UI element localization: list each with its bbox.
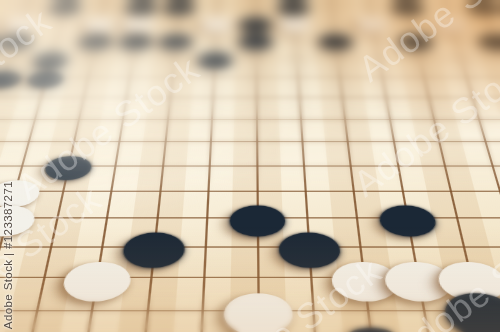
black-stone-glyph: ● xyxy=(474,31,500,50)
stone-black: ● xyxy=(22,68,69,88)
black-stone-glyph: ● xyxy=(161,0,199,15)
stone-white: ● xyxy=(230,294,286,328)
black-stone-glyph: ● xyxy=(435,283,500,332)
black-stone-glyph: ● xyxy=(45,0,86,15)
stone-black: ● xyxy=(0,32,39,50)
black-stone-glyph: ● xyxy=(373,198,443,238)
black-stone-glyph: ● xyxy=(316,31,356,50)
stone-black: ● xyxy=(42,154,94,179)
black-stone-glyph: ● xyxy=(156,31,196,50)
stone-black: ● xyxy=(236,32,276,50)
stone-black: ● xyxy=(115,32,158,50)
black-stone-glyph: ● xyxy=(195,48,235,68)
stone-white: ● xyxy=(429,15,473,32)
watermark-id-label: Adobe Stock | #123387271 xyxy=(2,181,14,329)
white-stone-glyph: ● xyxy=(276,14,314,32)
stone-black: ● xyxy=(387,0,429,15)
stone-black: ● xyxy=(155,32,197,50)
stone-black: ● xyxy=(343,328,405,332)
stone-black: ● xyxy=(473,32,500,50)
stone-black: ● xyxy=(74,32,118,50)
white-stone-glyph: ● xyxy=(198,14,236,32)
black-stone-glyph: ● xyxy=(116,31,157,50)
black-stone-glyph: ● xyxy=(463,0,500,15)
stone-white: ● xyxy=(197,15,237,32)
black-stone-glyph: ● xyxy=(23,67,68,88)
stone-black: ● xyxy=(380,205,435,233)
board-scene: ●●●●●●●●●●●●●●●●●●●●●●●●●●●●●●●●●●●●●●●● xyxy=(0,0,500,332)
white-stone-glyph: ● xyxy=(430,14,472,32)
black-stone-glyph: ● xyxy=(395,31,437,50)
stone-black: ● xyxy=(315,32,357,50)
white-stone-glyph: ● xyxy=(218,283,298,332)
stone-black: ● xyxy=(160,0,200,15)
stone-black: ● xyxy=(448,294,500,328)
stone-black: ● xyxy=(44,0,86,15)
stone-white: ● xyxy=(275,15,315,32)
stone-black: ● xyxy=(394,32,438,50)
black-stone-glyph: ● xyxy=(330,316,418,332)
stone-white: ● xyxy=(352,15,394,32)
black-stone-glyph: ● xyxy=(39,150,98,181)
black-stone-glyph: ● xyxy=(75,31,117,50)
stone-black: ● xyxy=(462,0,500,15)
photo-canvas: ●●●●●●●●●●●●●●●●●●●●●●●●●●●●●●●●●●●●●●●●… xyxy=(0,0,500,332)
black-stone-glyph: ● xyxy=(0,31,38,50)
white-stone-glyph: ● xyxy=(55,252,139,303)
white-stone-glyph: ● xyxy=(353,14,393,32)
go-board-grid: ●●●●●●●●●●●●●●●●●●●●●●●●●●●●●●●●●●●●●●●● xyxy=(0,0,500,332)
black-stone-glyph: ● xyxy=(388,0,428,15)
stone-black: ● xyxy=(194,50,236,69)
stone-white: ● xyxy=(68,262,126,294)
black-stone-glyph: ● xyxy=(237,31,275,50)
